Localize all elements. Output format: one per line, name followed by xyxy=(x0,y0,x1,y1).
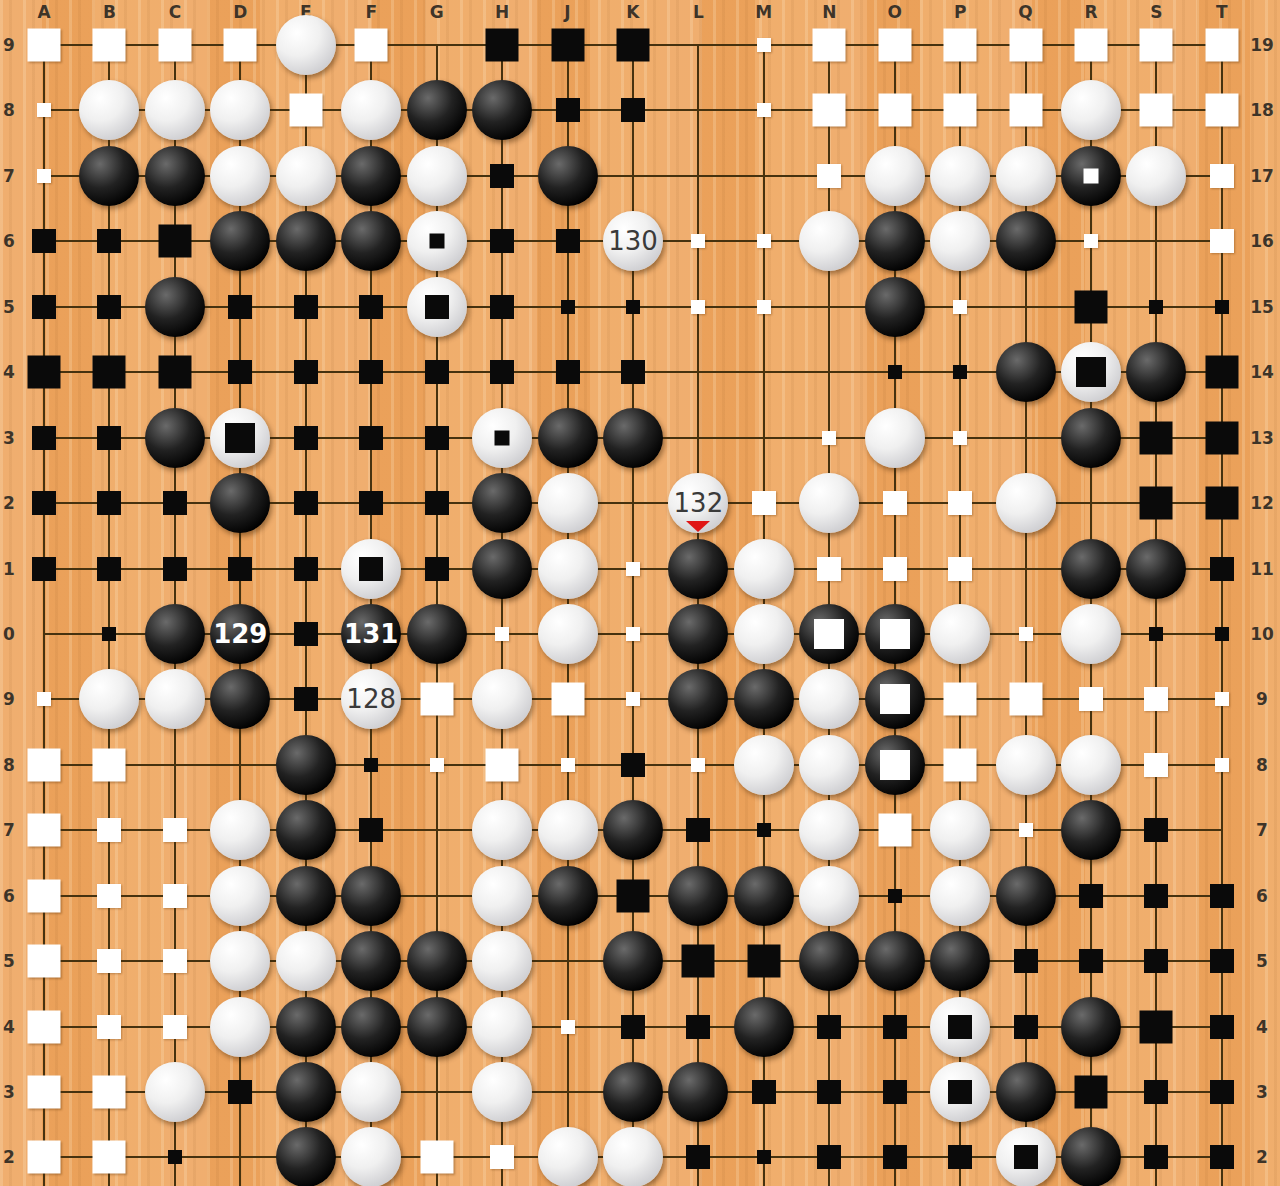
intersection-S4[interactable] xyxy=(1125,996,1187,1058)
intersection-N16[interactable] xyxy=(798,210,860,272)
intersection-M12[interactable] xyxy=(733,472,795,534)
intersection-A10[interactable] xyxy=(13,603,75,665)
intersection-E13[interactable] xyxy=(275,407,337,469)
intersection-R4[interactable] xyxy=(1060,996,1122,1058)
intersection-D14[interactable] xyxy=(209,341,271,403)
intersection-N13[interactable] xyxy=(798,407,860,469)
intersection-B8[interactable] xyxy=(78,734,140,796)
intersection-H3[interactable] xyxy=(471,1061,533,1123)
intersection-A5[interactable] xyxy=(13,930,75,992)
intersection-J14[interactable] xyxy=(537,341,599,403)
intersection-L13[interactable] xyxy=(667,407,729,469)
intersection-R13[interactable] xyxy=(1060,407,1122,469)
intersection-B7[interactable] xyxy=(78,799,140,861)
intersection-E17[interactable] xyxy=(275,145,337,207)
intersection-R12[interactable] xyxy=(1060,472,1122,534)
intersection-J3[interactable] xyxy=(537,1061,599,1123)
intersection-R7[interactable] xyxy=(1060,799,1122,861)
intersection-P7[interactable] xyxy=(929,799,991,861)
intersection-A11[interactable] xyxy=(13,538,75,600)
intersection-H18[interactable] xyxy=(471,79,533,141)
intersection-D5[interactable] xyxy=(209,930,271,992)
intersection-S17[interactable] xyxy=(1125,145,1187,207)
intersection-C6[interactable] xyxy=(144,865,206,927)
intersection-R11[interactable] xyxy=(1060,538,1122,600)
intersection-F9[interactable]: 128 xyxy=(340,668,402,730)
intersection-C17[interactable] xyxy=(144,145,206,207)
intersection-L2[interactable] xyxy=(667,1126,729,1186)
intersection-G5[interactable] xyxy=(406,930,468,992)
intersection-J11[interactable] xyxy=(537,538,599,600)
intersection-H7[interactable] xyxy=(471,799,533,861)
intersection-E11[interactable] xyxy=(275,538,337,600)
intersection-S15[interactable] xyxy=(1125,276,1187,338)
intersection-H19[interactable] xyxy=(471,14,533,76)
intersection-M19[interactable] xyxy=(733,14,795,76)
intersection-O11[interactable] xyxy=(864,538,926,600)
intersection-N9[interactable] xyxy=(798,668,860,730)
intersection-G15[interactable] xyxy=(406,276,468,338)
intersection-C16[interactable] xyxy=(144,210,206,272)
intersection-P3[interactable] xyxy=(929,1061,991,1123)
intersection-S5[interactable] xyxy=(1125,930,1187,992)
intersection-B5[interactable] xyxy=(78,930,140,992)
intersection-K5[interactable] xyxy=(602,930,664,992)
intersection-D15[interactable] xyxy=(209,276,271,338)
intersection-D17[interactable] xyxy=(209,145,271,207)
intersection-O12[interactable] xyxy=(864,472,926,534)
intersection-S13[interactable] xyxy=(1125,407,1187,469)
intersection-F12[interactable] xyxy=(340,472,402,534)
intersection-R2[interactable] xyxy=(1060,1126,1122,1186)
intersection-R3[interactable] xyxy=(1060,1061,1122,1123)
intersection-T11[interactable] xyxy=(1191,538,1253,600)
intersection-C19[interactable] xyxy=(144,14,206,76)
intersection-A4[interactable] xyxy=(13,996,75,1058)
intersection-G18[interactable] xyxy=(406,79,468,141)
intersection-T3[interactable] xyxy=(1191,1061,1253,1123)
intersection-D11[interactable] xyxy=(209,538,271,600)
intersection-D3[interactable] xyxy=(209,1061,271,1123)
intersection-O17[interactable] xyxy=(864,145,926,207)
intersection-Q13[interactable] xyxy=(995,407,1057,469)
intersection-Q4[interactable] xyxy=(995,996,1057,1058)
intersection-A6[interactable] xyxy=(13,865,75,927)
intersection-G14[interactable] xyxy=(406,341,468,403)
intersection-L19[interactable] xyxy=(667,14,729,76)
intersection-H16[interactable] xyxy=(471,210,533,272)
intersection-F5[interactable] xyxy=(340,930,402,992)
intersection-O2[interactable] xyxy=(864,1126,926,1186)
intersection-H2[interactable] xyxy=(471,1126,533,1186)
intersection-J6[interactable] xyxy=(537,865,599,927)
intersection-H5[interactable] xyxy=(471,930,533,992)
intersection-F16[interactable] xyxy=(340,210,402,272)
intersection-F4[interactable] xyxy=(340,996,402,1058)
intersection-R15[interactable] xyxy=(1060,276,1122,338)
intersection-P5[interactable] xyxy=(929,930,991,992)
intersection-D16[interactable] xyxy=(209,210,271,272)
intersection-Q15[interactable] xyxy=(995,276,1057,338)
intersection-D9[interactable] xyxy=(209,668,271,730)
intersection-S7[interactable] xyxy=(1125,799,1187,861)
intersection-T14[interactable] xyxy=(1191,341,1253,403)
intersection-L11[interactable] xyxy=(667,538,729,600)
intersection-J15[interactable] xyxy=(537,276,599,338)
intersection-P8[interactable] xyxy=(929,734,991,796)
intersection-D12[interactable] xyxy=(209,472,271,534)
intersection-E14[interactable] xyxy=(275,341,337,403)
intersection-K12[interactable] xyxy=(602,472,664,534)
intersection-K6[interactable] xyxy=(602,865,664,927)
intersection-E6[interactable] xyxy=(275,865,337,927)
intersection-L3[interactable] xyxy=(667,1061,729,1123)
intersection-M17[interactable] xyxy=(733,145,795,207)
intersection-G3[interactable] xyxy=(406,1061,468,1123)
intersection-P2[interactable] xyxy=(929,1126,991,1186)
intersection-G2[interactable] xyxy=(406,1126,468,1186)
intersection-E4[interactable] xyxy=(275,996,337,1058)
intersection-Q10[interactable] xyxy=(995,603,1057,665)
intersection-K15[interactable] xyxy=(602,276,664,338)
intersection-B14[interactable] xyxy=(78,341,140,403)
intersection-R6[interactable] xyxy=(1060,865,1122,927)
intersection-K11[interactable] xyxy=(602,538,664,600)
intersection-H15[interactable] xyxy=(471,276,533,338)
intersection-O18[interactable] xyxy=(864,79,926,141)
intersection-B12[interactable] xyxy=(78,472,140,534)
intersection-N8[interactable] xyxy=(798,734,860,796)
intersection-P4[interactable] xyxy=(929,996,991,1058)
intersection-E9[interactable] xyxy=(275,668,337,730)
intersection-F15[interactable] xyxy=(340,276,402,338)
intersection-R10[interactable] xyxy=(1060,603,1122,665)
intersection-J17[interactable] xyxy=(537,145,599,207)
intersection-E7[interactable] xyxy=(275,799,337,861)
intersection-K14[interactable] xyxy=(602,341,664,403)
intersection-Q14[interactable] xyxy=(995,341,1057,403)
intersection-N19[interactable] xyxy=(798,14,860,76)
intersection-B6[interactable] xyxy=(78,865,140,927)
intersection-B11[interactable] xyxy=(78,538,140,600)
intersection-N17[interactable] xyxy=(798,145,860,207)
intersection-C8[interactable] xyxy=(144,734,206,796)
intersection-F8[interactable] xyxy=(340,734,402,796)
intersection-O10[interactable] xyxy=(864,603,926,665)
intersection-H14[interactable] xyxy=(471,341,533,403)
intersection-A18[interactable] xyxy=(13,79,75,141)
intersection-H11[interactable] xyxy=(471,538,533,600)
intersection-R19[interactable] xyxy=(1060,14,1122,76)
intersection-C11[interactable] xyxy=(144,538,206,600)
intersection-T5[interactable] xyxy=(1191,930,1253,992)
intersection-N11[interactable] xyxy=(798,538,860,600)
intersection-K7[interactable] xyxy=(602,799,664,861)
intersection-G4[interactable] xyxy=(406,996,468,1058)
intersection-S3[interactable] xyxy=(1125,1061,1187,1123)
intersection-O7[interactable] xyxy=(864,799,926,861)
intersection-L9[interactable] xyxy=(667,668,729,730)
intersection-M10[interactable] xyxy=(733,603,795,665)
intersection-L14[interactable] xyxy=(667,341,729,403)
intersection-S18[interactable] xyxy=(1125,79,1187,141)
intersection-M7[interactable] xyxy=(733,799,795,861)
intersection-M13[interactable] xyxy=(733,407,795,469)
intersection-L17[interactable] xyxy=(667,145,729,207)
intersection-R17[interactable] xyxy=(1060,145,1122,207)
intersection-B2[interactable] xyxy=(78,1126,140,1186)
intersection-G6[interactable] xyxy=(406,865,468,927)
intersection-L4[interactable] xyxy=(667,996,729,1058)
intersection-S11[interactable] xyxy=(1125,538,1187,600)
intersection-E18[interactable] xyxy=(275,79,337,141)
intersection-O19[interactable] xyxy=(864,14,926,76)
intersection-B19[interactable] xyxy=(78,14,140,76)
intersection-P10[interactable] xyxy=(929,603,991,665)
intersection-D7[interactable] xyxy=(209,799,271,861)
intersection-N4[interactable] xyxy=(798,996,860,1058)
intersection-J7[interactable] xyxy=(537,799,599,861)
intersection-H4[interactable] xyxy=(471,996,533,1058)
intersection-Q12[interactable] xyxy=(995,472,1057,534)
intersection-M3[interactable] xyxy=(733,1061,795,1123)
intersection-J10[interactable] xyxy=(537,603,599,665)
intersection-K9[interactable] xyxy=(602,668,664,730)
intersection-T19[interactable] xyxy=(1191,14,1253,76)
intersection-K2[interactable] xyxy=(602,1126,664,1186)
intersection-B9[interactable] xyxy=(78,668,140,730)
intersection-Q2[interactable] xyxy=(995,1126,1057,1186)
intersection-G10[interactable] xyxy=(406,603,468,665)
intersection-A15[interactable] xyxy=(13,276,75,338)
intersection-F6[interactable] xyxy=(340,865,402,927)
intersection-J9[interactable] xyxy=(537,668,599,730)
intersection-F2[interactable] xyxy=(340,1126,402,1186)
intersection-C4[interactable] xyxy=(144,996,206,1058)
intersection-Q3[interactable] xyxy=(995,1061,1057,1123)
intersection-D6[interactable] xyxy=(209,865,271,927)
intersection-N15[interactable] xyxy=(798,276,860,338)
intersection-R18[interactable] xyxy=(1060,79,1122,141)
intersection-O4[interactable] xyxy=(864,996,926,1058)
intersection-E5[interactable] xyxy=(275,930,337,992)
intersection-S19[interactable] xyxy=(1125,14,1187,76)
intersection-M5[interactable] xyxy=(733,930,795,992)
intersection-B15[interactable] xyxy=(78,276,140,338)
intersection-E3[interactable] xyxy=(275,1061,337,1123)
intersection-R14[interactable] xyxy=(1060,341,1122,403)
intersection-A13[interactable] xyxy=(13,407,75,469)
intersection-T18[interactable] xyxy=(1191,79,1253,141)
intersection-M4[interactable] xyxy=(733,996,795,1058)
intersection-A14[interactable] xyxy=(13,341,75,403)
intersection-E2[interactable] xyxy=(275,1126,337,1186)
intersection-K17[interactable] xyxy=(602,145,664,207)
intersection-Q7[interactable] xyxy=(995,799,1057,861)
intersection-F18[interactable] xyxy=(340,79,402,141)
intersection-C3[interactable] xyxy=(144,1061,206,1123)
intersection-T17[interactable] xyxy=(1191,145,1253,207)
intersection-K16[interactable]: 130 xyxy=(602,210,664,272)
intersection-F19[interactable] xyxy=(340,14,402,76)
intersection-F13[interactable] xyxy=(340,407,402,469)
intersection-A17[interactable] xyxy=(13,145,75,207)
intersection-D18[interactable] xyxy=(209,79,271,141)
intersection-C15[interactable] xyxy=(144,276,206,338)
intersection-D19[interactable] xyxy=(209,14,271,76)
intersection-O5[interactable] xyxy=(864,930,926,992)
intersection-S12[interactable] xyxy=(1125,472,1187,534)
intersection-J13[interactable] xyxy=(537,407,599,469)
intersection-B4[interactable] xyxy=(78,996,140,1058)
intersection-S10[interactable] xyxy=(1125,603,1187,665)
intersection-K8[interactable] xyxy=(602,734,664,796)
intersection-S8[interactable] xyxy=(1125,734,1187,796)
intersection-A19[interactable] xyxy=(13,14,75,76)
intersection-S2[interactable] xyxy=(1125,1126,1187,1186)
intersection-B10[interactable] xyxy=(78,603,140,665)
intersection-D2[interactable] xyxy=(209,1126,271,1186)
intersection-G19[interactable] xyxy=(406,14,468,76)
intersection-S14[interactable] xyxy=(1125,341,1187,403)
intersection-D4[interactable] xyxy=(209,996,271,1058)
intersection-J18[interactable] xyxy=(537,79,599,141)
intersection-O13[interactable] xyxy=(864,407,926,469)
intersection-M14[interactable] xyxy=(733,341,795,403)
intersection-L7[interactable] xyxy=(667,799,729,861)
intersection-T7[interactable] xyxy=(1191,799,1253,861)
intersection-H17[interactable] xyxy=(471,145,533,207)
intersection-R5[interactable] xyxy=(1060,930,1122,992)
intersection-T4[interactable] xyxy=(1191,996,1253,1058)
intersection-C14[interactable] xyxy=(144,341,206,403)
intersection-K18[interactable] xyxy=(602,79,664,141)
intersection-M9[interactable] xyxy=(733,668,795,730)
intersection-P14[interactable] xyxy=(929,341,991,403)
intersection-J16[interactable] xyxy=(537,210,599,272)
intersection-H9[interactable] xyxy=(471,668,533,730)
intersection-L18[interactable] xyxy=(667,79,729,141)
intersection-O3[interactable] xyxy=(864,1061,926,1123)
intersection-E15[interactable] xyxy=(275,276,337,338)
intersection-E10[interactable] xyxy=(275,603,337,665)
intersection-Q6[interactable] xyxy=(995,865,1057,927)
intersection-H10[interactable] xyxy=(471,603,533,665)
intersection-G16[interactable] xyxy=(406,210,468,272)
intersection-G8[interactable] xyxy=(406,734,468,796)
intersection-K4[interactable] xyxy=(602,996,664,1058)
intersection-K3[interactable] xyxy=(602,1061,664,1123)
intersection-A3[interactable] xyxy=(13,1061,75,1123)
intersection-G13[interactable] xyxy=(406,407,468,469)
intersection-N6[interactable] xyxy=(798,865,860,927)
intersection-G7[interactable] xyxy=(406,799,468,861)
intersection-J8[interactable] xyxy=(537,734,599,796)
intersection-S6[interactable] xyxy=(1125,865,1187,927)
intersection-P17[interactable] xyxy=(929,145,991,207)
intersection-F7[interactable] xyxy=(340,799,402,861)
intersection-A2[interactable] xyxy=(13,1126,75,1186)
intersection-G12[interactable] xyxy=(406,472,468,534)
intersection-A8[interactable] xyxy=(13,734,75,796)
intersection-J5[interactable] xyxy=(537,930,599,992)
intersection-E12[interactable] xyxy=(275,472,337,534)
intersection-H12[interactable] xyxy=(471,472,533,534)
intersection-L12[interactable]: 132 xyxy=(667,472,729,534)
intersection-S16[interactable] xyxy=(1125,210,1187,272)
intersection-P16[interactable] xyxy=(929,210,991,272)
intersection-B18[interactable] xyxy=(78,79,140,141)
intersection-T13[interactable] xyxy=(1191,407,1253,469)
intersection-N7[interactable] xyxy=(798,799,860,861)
intersection-A7[interactable] xyxy=(13,799,75,861)
intersection-A12[interactable] xyxy=(13,472,75,534)
intersection-J19[interactable] xyxy=(537,14,599,76)
intersection-A9[interactable] xyxy=(13,668,75,730)
intersection-R16[interactable] xyxy=(1060,210,1122,272)
intersection-P13[interactable] xyxy=(929,407,991,469)
intersection-K19[interactable] xyxy=(602,14,664,76)
intersection-S9[interactable] xyxy=(1125,668,1187,730)
intersection-D8[interactable] xyxy=(209,734,271,796)
intersection-M6[interactable] xyxy=(733,865,795,927)
intersection-T8[interactable] xyxy=(1191,734,1253,796)
intersection-T12[interactable] xyxy=(1191,472,1253,534)
intersection-C12[interactable] xyxy=(144,472,206,534)
intersection-N18[interactable] xyxy=(798,79,860,141)
intersection-F17[interactable] xyxy=(340,145,402,207)
intersection-P19[interactable] xyxy=(929,14,991,76)
intersection-R9[interactable] xyxy=(1060,668,1122,730)
intersection-Q16[interactable] xyxy=(995,210,1057,272)
intersection-P18[interactable] xyxy=(929,79,991,141)
intersection-H8[interactable] xyxy=(471,734,533,796)
intersection-T6[interactable] xyxy=(1191,865,1253,927)
intersection-P11[interactable] xyxy=(929,538,991,600)
intersection-J12[interactable] xyxy=(537,472,599,534)
intersection-B17[interactable] xyxy=(78,145,140,207)
intersection-T2[interactable] xyxy=(1191,1126,1253,1186)
intersection-A16[interactable] xyxy=(13,210,75,272)
intersection-T9[interactable] xyxy=(1191,668,1253,730)
intersection-Q5[interactable] xyxy=(995,930,1057,992)
intersection-N5[interactable] xyxy=(798,930,860,992)
intersection-P12[interactable] xyxy=(929,472,991,534)
intersection-P6[interactable] xyxy=(929,865,991,927)
intersection-N12[interactable] xyxy=(798,472,860,534)
intersection-E19[interactable] xyxy=(275,14,337,76)
intersection-C18[interactable] xyxy=(144,79,206,141)
intersection-M2[interactable] xyxy=(733,1126,795,1186)
intersection-F3[interactable] xyxy=(340,1061,402,1123)
intersection-C2[interactable] xyxy=(144,1126,206,1186)
intersection-F11[interactable] xyxy=(340,538,402,600)
intersection-C5[interactable] xyxy=(144,930,206,992)
intersection-C7[interactable] xyxy=(144,799,206,861)
intersection-H6[interactable] xyxy=(471,865,533,927)
intersection-G17[interactable] xyxy=(406,145,468,207)
intersection-B3[interactable] xyxy=(78,1061,140,1123)
intersection-Q8[interactable] xyxy=(995,734,1057,796)
intersection-N3[interactable] xyxy=(798,1061,860,1123)
intersection-Q11[interactable] xyxy=(995,538,1057,600)
intersection-P9[interactable] xyxy=(929,668,991,730)
intersection-D10[interactable]: 129 xyxy=(209,603,271,665)
intersection-D13[interactable] xyxy=(209,407,271,469)
intersection-O16[interactable] xyxy=(864,210,926,272)
intersection-M11[interactable] xyxy=(733,538,795,600)
intersection-N10[interactable] xyxy=(798,603,860,665)
